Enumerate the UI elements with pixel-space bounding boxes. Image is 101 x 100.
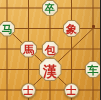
piece-glyph-chariot: 车 bbox=[88, 65, 99, 76]
piece-glyph-elephant: 象 bbox=[66, 24, 77, 35]
piece-glyph-king: 漢 bbox=[43, 63, 57, 77]
piece-green-soldier[interactable]: 卒 bbox=[42, 0, 58, 16]
piece-face: 士 bbox=[22, 84, 35, 97]
piece-face: 车 bbox=[86, 62, 101, 77]
piece-red-elephant[interactable]: 象 bbox=[63, 20, 80, 37]
piece-glyph-cannon: 包 bbox=[45, 44, 56, 55]
piece-glyph-horse: 馬 bbox=[23, 44, 34, 55]
piece-face: 马 bbox=[0, 22, 14, 36]
piece-face: 馬 bbox=[21, 42, 36, 57]
janggi-board: 卒马象馬包漢车士士 bbox=[0, 0, 100, 100]
piece-glyph-horse: 马 bbox=[2, 24, 13, 35]
piece-red-guard[interactable]: 士 bbox=[64, 83, 79, 98]
piece-red-guard[interactable]: 士 bbox=[21, 83, 36, 98]
piece-face: 包 bbox=[43, 42, 58, 57]
palace-diagonal-line bbox=[7, 29, 72, 91]
piece-face: 漢 bbox=[40, 59, 61, 80]
palace-diagonal-line bbox=[29, 29, 94, 91]
piece-face: 士 bbox=[65, 84, 78, 97]
piece-glyph-guard: 士 bbox=[67, 86, 77, 96]
piece-glyph-soldier: 卒 bbox=[45, 4, 55, 14]
piece-face: 卒 bbox=[43, 1, 57, 15]
board-marker-dot bbox=[92, 25, 95, 28]
piece-face: 象 bbox=[64, 21, 79, 36]
piece-glyph-guard: 士 bbox=[24, 86, 34, 96]
